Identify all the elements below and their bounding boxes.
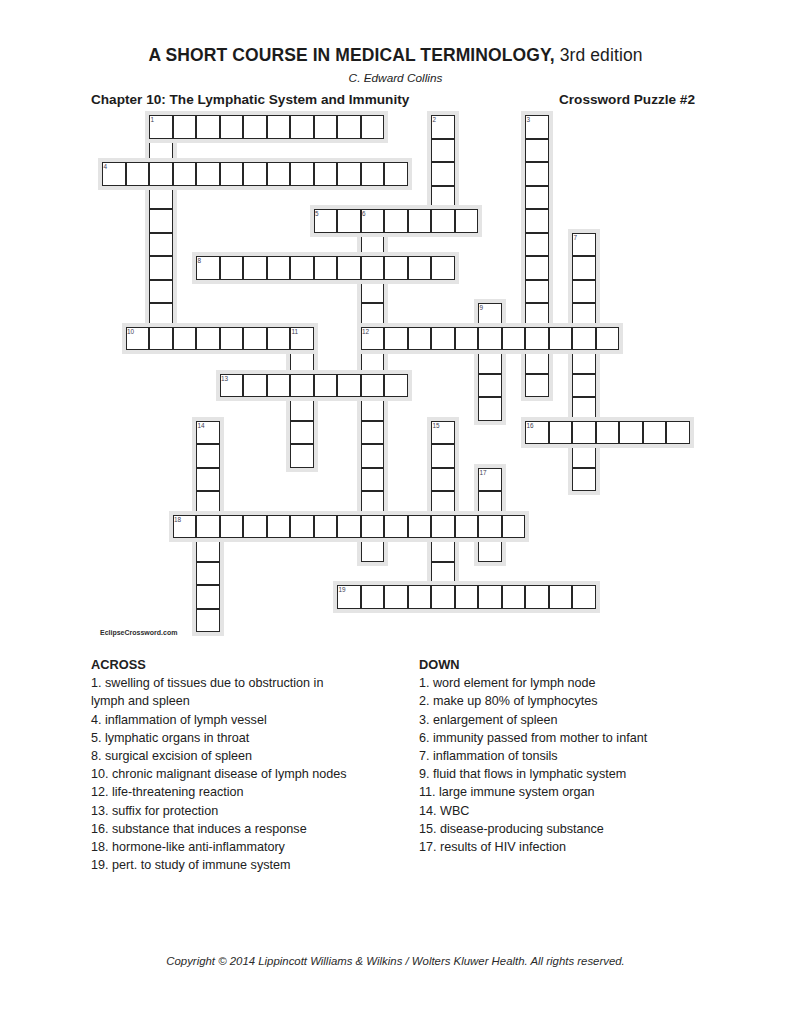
down-clue-0: 1. word element for lymph node (419, 674, 749, 692)
cell-r9-c12 (384, 327, 408, 351)
across-clue-1: 4. inflammation of lymph vessel (91, 711, 413, 729)
down-clue-1: 2. make up 80% of lymphocytes (419, 692, 749, 710)
cell-r15-c16 (478, 468, 502, 492)
cell-r7-c20 (572, 280, 596, 304)
across-clue-2: 5. lymphatic organs in throat (91, 729, 413, 747)
cell-r0-c11 (361, 115, 385, 139)
chapter-row: Chapter 10: The Lymphatic System and Imm… (91, 92, 695, 107)
across-clues-title: ACROSS (91, 656, 413, 674)
cell-r20-c16 (478, 585, 502, 609)
down-clue-3: 6. immunity passed from mother to infant (419, 729, 749, 747)
cell-r17-c8 (290, 515, 314, 539)
cell-r9-c14 (431, 327, 455, 351)
cell-r0-c18 (525, 115, 549, 139)
cell-r11-c20 (572, 374, 596, 398)
cell-r4-c9 (314, 209, 338, 233)
cell-r14-c14 (431, 444, 455, 468)
cell-r9-c11 (361, 327, 385, 351)
cell-r13-c11 (361, 421, 385, 445)
cell-r13-c23 (643, 421, 667, 445)
down-clue-7: 14. WBC (419, 802, 749, 820)
cell-r0-c6 (243, 115, 267, 139)
copyright-footer: Copyright © 2014 Lippincott Williams & W… (0, 955, 791, 967)
cell-r0-c5 (220, 115, 244, 139)
cell-r11-c10 (337, 374, 361, 398)
crossword-board: 12345678910111213141516171819 (102, 115, 690, 633)
cell-r20-c14 (431, 585, 455, 609)
down-clues-section: DOWN 1. word element for lymph node2. ma… (419, 656, 749, 856)
cell-r4-c2 (149, 209, 173, 233)
cell-r6-c13 (408, 256, 432, 280)
cell-r0-c10 (337, 115, 361, 139)
cell-r17-c9 (314, 515, 338, 539)
cell-r11-c5 (220, 374, 244, 398)
cell-r4-c18 (525, 209, 549, 233)
cell-r2-c5 (220, 162, 244, 186)
cell-r0-c9 (314, 115, 338, 139)
cell-r4-c11 (361, 209, 385, 233)
cell-r9-c6 (243, 327, 267, 351)
cell-r17-c4 (196, 515, 220, 539)
cell-r0-c14 (431, 115, 455, 139)
cell-r6-c10 (337, 256, 361, 280)
cell-r17-c5 (220, 515, 244, 539)
cell-r4-c14 (431, 209, 455, 233)
cell-r4-c13 (408, 209, 432, 233)
watermark: EclipseCrossword.com (100, 629, 177, 636)
cell-r11-c12 (384, 374, 408, 398)
cell-r17-c16 (478, 515, 502, 539)
cell-r2-c18 (525, 162, 549, 186)
cell-r7-c2 (149, 280, 173, 304)
cell-r11-c8 (290, 374, 314, 398)
cell-r2-c4 (196, 162, 220, 186)
cell-r17-c15 (455, 515, 479, 539)
cell-r6-c14 (431, 256, 455, 280)
cell-r2-c14 (431, 162, 455, 186)
cell-r5-c2 (149, 233, 173, 257)
word-down-1 (145, 111, 177, 354)
cell-r2-c12 (384, 162, 408, 186)
cell-r1-c14 (431, 139, 455, 163)
cell-r9-c13 (408, 327, 432, 351)
cell-r20-c20 (572, 585, 596, 609)
cell-r13-c19 (549, 421, 573, 445)
cell-r6-c11 (361, 256, 385, 280)
cell-r20-c10 (337, 585, 361, 609)
cell-r9-c18 (525, 327, 549, 351)
word-across-12 (357, 323, 624, 355)
cell-r13-c18 (525, 421, 549, 445)
cell-r4-c12 (384, 209, 408, 233)
cell-r15-c11 (361, 468, 385, 492)
cell-r2-c0 (102, 162, 126, 186)
across-clue-3: 8. surgical excision of spleen (91, 747, 413, 765)
cell-r9-c8 (290, 327, 314, 351)
word-across-19 (333, 581, 600, 613)
word-down-3 (521, 111, 553, 401)
cell-r11-c6 (243, 374, 267, 398)
cell-r5-c20 (572, 233, 596, 257)
cell-r13-c8 (290, 421, 314, 445)
across-clue-6: 13. suffix for protection (91, 802, 413, 820)
cell-r15-c14 (431, 468, 455, 492)
cell-r21-c4 (196, 609, 220, 633)
cell-r20-c19 (549, 585, 573, 609)
cell-r2-c10 (337, 162, 361, 186)
puzzle-number-label: Crossword Puzzle #2 (559, 92, 695, 107)
cell-r15-c4 (196, 468, 220, 492)
cell-r17-c12 (384, 515, 408, 539)
cell-r17-c6 (243, 515, 267, 539)
chapter-title: Chapter 10: The Lymphatic System and Imm… (91, 92, 409, 107)
across-clue-5: 12. life-threatening reaction (91, 783, 413, 801)
cell-r9-c7 (267, 327, 291, 351)
cell-r20-c11 (361, 585, 385, 609)
word-across-8 (192, 252, 459, 284)
cell-r2-c8 (290, 162, 314, 186)
cell-r13-c20 (572, 421, 596, 445)
cell-r7-c18 (525, 280, 549, 304)
cell-r9-c3 (173, 327, 197, 351)
book-title-edition: 3rd edition (555, 45, 643, 65)
cell-r2-c1 (126, 162, 150, 186)
cell-r9-c15 (455, 327, 479, 351)
page-header: A SHORT COURSE IN MEDICAL TERMINOLOGY, 3… (0, 45, 791, 85)
cell-r9-c5 (220, 327, 244, 351)
word-down-7 (568, 229, 600, 496)
cell-r9-c19 (549, 327, 573, 351)
cell-r4-c10 (337, 209, 361, 233)
cell-r2-c11 (361, 162, 385, 186)
cell-r9-c1 (126, 327, 150, 351)
cell-r6-c4 (196, 256, 220, 280)
cell-r20-c15 (455, 585, 479, 609)
cell-r15-c20 (572, 468, 596, 492)
cell-r0-c8 (290, 115, 314, 139)
cell-r14-c11 (361, 444, 385, 468)
cell-r9-c20 (572, 327, 596, 351)
cell-r0-c7 (267, 115, 291, 139)
down-clue-8: 15. disease-producing substance (419, 820, 749, 838)
cell-r11-c11 (361, 374, 385, 398)
across-clue-7: 16. substance that induces a response (91, 820, 413, 838)
cell-r6-c6 (243, 256, 267, 280)
cell-r6-c9 (314, 256, 338, 280)
cell-r0-c2 (149, 115, 173, 139)
cell-r9-c17 (502, 327, 526, 351)
cell-r0-c4 (196, 115, 220, 139)
across-clue-9: 19. pert. to study of immune system (91, 856, 413, 874)
cell-r11-c18 (525, 374, 549, 398)
cell-r6-c18 (525, 256, 549, 280)
cell-r17-c7 (267, 515, 291, 539)
word-across-16 (521, 417, 694, 449)
cell-r13-c14 (431, 421, 455, 445)
book-title-bold: A SHORT COURSE IN MEDICAL TERMINOLOGY, (148, 45, 554, 65)
cell-r20-c13 (408, 585, 432, 609)
word-across-13 (216, 370, 412, 402)
word-across-4 (98, 158, 412, 190)
cell-r2-c3 (173, 162, 197, 186)
cell-r20-c17 (502, 585, 526, 609)
cell-r13-c24 (666, 421, 690, 445)
cell-r14-c8 (290, 444, 314, 468)
cell-r2-c6 (243, 162, 267, 186)
book-title: A SHORT COURSE IN MEDICAL TERMINOLOGY, 3… (0, 45, 791, 66)
cell-r14-c4 (196, 444, 220, 468)
cell-r12-c16 (478, 397, 502, 421)
cell-r5-c18 (525, 233, 549, 257)
cell-r6-c8 (290, 256, 314, 280)
cell-r19-c4 (196, 562, 220, 586)
cell-r13-c4 (196, 421, 220, 445)
across-clue-8: 18. hormone-like anti-inflammatory (91, 838, 413, 856)
cell-r9-c2 (149, 327, 173, 351)
cell-r2-c7 (267, 162, 291, 186)
down-clues-title: DOWN (419, 656, 749, 674)
word-across-18 (169, 511, 530, 543)
word-across-1 (145, 111, 388, 143)
down-clue-6: 11. large immune system organ (419, 783, 749, 801)
cell-r9-c16 (478, 327, 502, 351)
word-across-10 (122, 323, 318, 355)
cell-r2-c2 (149, 162, 173, 186)
across-clue-0: 1. swelling of tissues due to obstructio… (91, 674, 413, 710)
across-clues-section: ACROSS 1. swelling of tissues due to obs… (91, 656, 413, 874)
cell-r20-c4 (196, 585, 220, 609)
cell-r11-c7 (267, 374, 291, 398)
cell-r6-c7 (267, 256, 291, 280)
cell-r3-c18 (525, 186, 549, 210)
cell-r1-c18 (525, 139, 549, 163)
cell-r11-c9 (314, 374, 338, 398)
cell-r0-c3 (173, 115, 197, 139)
cell-r17-c11 (361, 515, 385, 539)
across-clue-4: 10. chronic malignant disease of lymph n… (91, 765, 413, 783)
cell-r13-c21 (596, 421, 620, 445)
cell-r4-c15 (455, 209, 479, 233)
down-clue-9: 17. results of HIV infection (419, 838, 749, 856)
cell-r17-c13 (408, 515, 432, 539)
cell-r6-c2 (149, 256, 173, 280)
across-clues-list: 1. swelling of tissues due to obstructio… (91, 674, 413, 874)
cell-r11-c16 (478, 374, 502, 398)
cell-r17-c14 (431, 515, 455, 539)
word-down-9 (474, 299, 506, 425)
cell-r9-c4 (196, 327, 220, 351)
cell-r20-c12 (384, 585, 408, 609)
down-clues-list: 1. word element for lymph node2. make up… (419, 674, 749, 856)
cell-r20-c18 (525, 585, 549, 609)
cell-r17-c17 (502, 515, 526, 539)
down-clue-5: 9. fluid that flows in lymphatic system (419, 765, 749, 783)
cell-r6-c12 (384, 256, 408, 280)
down-clue-2: 3. enlargement of spleen (419, 711, 749, 729)
cell-r17-c3 (173, 515, 197, 539)
cell-r6-c20 (572, 256, 596, 280)
cell-r9-c21 (596, 327, 620, 351)
cell-r17-c10 (337, 515, 361, 539)
cell-r6-c5 (220, 256, 244, 280)
word-across-5 (310, 205, 483, 237)
cell-r2-c9 (314, 162, 338, 186)
down-clue-4: 7. inflammation of tonsils (419, 747, 749, 765)
author-name: C. Edward Collins (0, 71, 791, 85)
cell-r13-c22 (619, 421, 643, 445)
